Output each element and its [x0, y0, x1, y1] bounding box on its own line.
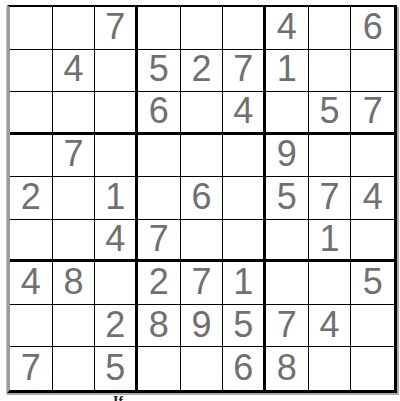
cell-r2c9[interactable]: [351, 50, 394, 93]
given-digit: 8: [149, 307, 169, 343]
given-digit: 2: [105, 307, 125, 343]
cell-r6c7[interactable]: [266, 220, 309, 263]
cell-r9c8[interactable]: [309, 347, 352, 390]
cell-r4c7: 9: [266, 135, 309, 178]
cell-r2c5: 2: [181, 50, 224, 93]
cell-r1c4[interactable]: [138, 7, 181, 50]
cell-r4c3[interactable]: [95, 135, 138, 178]
given-digit: 5: [149, 51, 169, 87]
cell-r5c2[interactable]: [53, 177, 96, 220]
given-digit: 2: [191, 51, 211, 87]
given-digit: 7: [63, 136, 83, 172]
given-digit: 6: [233, 350, 253, 386]
cell-r5c8: 7: [309, 177, 352, 220]
given-digit: 7: [191, 264, 211, 300]
cell-r7c1: 4: [10, 262, 53, 305]
cell-r3c5[interactable]: [181, 92, 224, 135]
sudoku-screen: 746452716457792165744714827152895747568 …: [0, 0, 400, 401]
given-digit: 4: [21, 264, 41, 300]
cell-r3c2[interactable]: [53, 92, 96, 135]
cell-r6c1[interactable]: [10, 220, 53, 263]
cell-r9c2[interactable]: [53, 347, 96, 390]
cell-r1c6[interactable]: [223, 7, 266, 50]
cell-r9c9[interactable]: [351, 347, 394, 390]
cell-r2c2: 4: [53, 50, 96, 93]
cell-r3c1[interactable]: [10, 92, 53, 135]
cell-r7c4: 2: [138, 262, 181, 305]
cell-r8c2[interactable]: [53, 305, 96, 348]
given-digit: 7: [363, 93, 383, 129]
cell-r6c6[interactable]: [223, 220, 266, 263]
given-digit: 6: [363, 9, 383, 45]
cell-r7c5: 7: [181, 262, 224, 305]
given-digit: 7: [233, 51, 253, 87]
cell-r1c7: 4: [266, 7, 309, 50]
given-digit: 6: [191, 179, 211, 215]
cell-r8c6: 5: [223, 305, 266, 348]
given-digit: 7: [149, 221, 169, 257]
given-digit: 1: [277, 51, 297, 87]
cell-r8c7: 7: [266, 305, 309, 348]
cell-r4c8[interactable]: [309, 135, 352, 178]
cell-r1c1[interactable]: [10, 7, 53, 50]
given-digit: 4: [277, 9, 297, 45]
cell-r1c9: 6: [351, 7, 394, 50]
cell-r8c9[interactable]: [351, 305, 394, 348]
cell-r7c8[interactable]: [309, 262, 352, 305]
given-digit: 7: [277, 307, 297, 343]
given-digit: 2: [149, 264, 169, 300]
cell-r3c4: 6: [138, 92, 181, 135]
cell-r8c8: 4: [309, 305, 352, 348]
given-digit: 9: [191, 307, 211, 343]
cell-r1c2[interactable]: [53, 7, 96, 50]
cell-r5c6[interactable]: [223, 177, 266, 220]
cell-r8c4: 8: [138, 305, 181, 348]
cell-r9c4[interactable]: [138, 347, 181, 390]
cell-r5c5: 6: [181, 177, 224, 220]
cell-r2c1[interactable]: [10, 50, 53, 93]
cell-r7c6: 1: [223, 262, 266, 305]
cell-r9c3: 5: [95, 347, 138, 390]
cell-r9c5[interactable]: [181, 347, 224, 390]
cell-r7c3[interactable]: [95, 262, 138, 305]
cell-r7c9: 5: [351, 262, 394, 305]
given-digit: 5: [233, 307, 253, 343]
given-digit: 1: [233, 264, 253, 300]
cell-r8c3: 2: [95, 305, 138, 348]
cell-r6c2[interactable]: [53, 220, 96, 263]
given-digit: 4: [319, 307, 339, 343]
cell-r1c5[interactable]: [181, 7, 224, 50]
cell-r6c8: 1: [309, 220, 352, 263]
cell-r4c5[interactable]: [181, 135, 224, 178]
cell-r3c8: 5: [309, 92, 352, 135]
cell-r8c1[interactable]: [10, 305, 53, 348]
cell-r1c3: 7: [95, 7, 138, 50]
cutoff-text: If: [113, 394, 153, 401]
cell-r2c8[interactable]: [309, 50, 352, 93]
given-digit: 1: [319, 221, 339, 257]
given-digit: 4: [233, 93, 253, 129]
cell-r3c6: 4: [223, 92, 266, 135]
given-digit: 7: [21, 350, 41, 386]
cell-r3c9: 7: [351, 92, 394, 135]
cell-r5c1: 2: [10, 177, 53, 220]
cell-r9c1: 7: [10, 347, 53, 390]
cell-r4c4[interactable]: [138, 135, 181, 178]
cell-r6c4: 7: [138, 220, 181, 263]
cell-r6c5[interactable]: [181, 220, 224, 263]
cell-r4c9[interactable]: [351, 135, 394, 178]
cell-r9c6: 6: [223, 347, 266, 390]
given-digit: 7: [105, 9, 125, 45]
cell-r2c3[interactable]: [95, 50, 138, 93]
given-digit: 8: [277, 350, 297, 386]
cell-r8c5: 9: [181, 305, 224, 348]
cell-r3c7[interactable]: [266, 92, 309, 135]
given-digit: 1: [105, 179, 125, 215]
cell-r5c3: 1: [95, 177, 138, 220]
given-digit: 2: [21, 179, 41, 215]
given-digit: 4: [63, 51, 83, 87]
cell-r2c7: 1: [266, 50, 309, 93]
cell-r9c7: 8: [266, 347, 309, 390]
given-digit: 5: [319, 93, 339, 129]
given-digit: 5: [277, 179, 297, 215]
given-digit: 7: [319, 179, 339, 215]
cell-r5c9: 4: [351, 177, 394, 220]
cell-r7c2: 8: [53, 262, 96, 305]
cell-r4c1[interactable]: [10, 135, 53, 178]
given-digit: 4: [363, 179, 383, 215]
cell-r6c3: 4: [95, 220, 138, 263]
cell-r7c7[interactable]: [266, 262, 309, 305]
cell-r5c4[interactable]: [138, 177, 181, 220]
cell-r2c4: 5: [138, 50, 181, 93]
given-digit: 5: [363, 264, 383, 300]
cell-r4c6[interactable]: [223, 135, 266, 178]
cell-r3c3[interactable]: [95, 92, 138, 135]
given-digit: 5: [105, 350, 125, 386]
cell-r1c8[interactable]: [309, 7, 352, 50]
given-digit: 9: [277, 136, 297, 172]
cell-r4c2: 7: [53, 135, 96, 178]
given-digit: 8: [63, 264, 83, 300]
given-digit: 6: [149, 93, 169, 129]
cell-r2c6: 7: [223, 50, 266, 93]
cell-r6c9[interactable]: [351, 220, 394, 263]
cell-r5c7: 5: [266, 177, 309, 220]
sudoku-board: 746452716457792165744714827152895747568: [7, 5, 397, 393]
given-digit: 4: [105, 221, 125, 257]
